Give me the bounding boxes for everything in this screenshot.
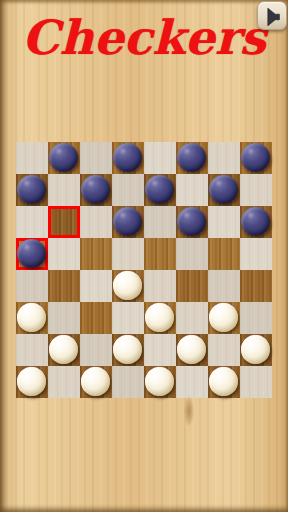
white-piece[interactable]	[17, 367, 46, 396]
board-square-r6c1[interactable]	[48, 334, 80, 366]
blue-piece[interactable]	[81, 175, 110, 204]
board-square-r7c5	[176, 366, 208, 398]
board-square-r5c4[interactable]	[144, 302, 176, 334]
board-square-r4c2	[80, 270, 112, 302]
board-square-r4c0	[16, 270, 48, 302]
board-square-r0c7[interactable]	[240, 142, 272, 174]
board-square-r7c3	[112, 366, 144, 398]
board-square-r4c5[interactable]	[176, 270, 208, 302]
blue-piece[interactable]	[49, 143, 78, 172]
board-square-r2c3[interactable]	[112, 206, 144, 238]
white-piece[interactable]	[49, 335, 78, 364]
board-square-r3c0[interactable]	[16, 238, 48, 270]
board-square-r2c1[interactable]	[48, 206, 80, 238]
board-square-r5c1	[48, 302, 80, 334]
board-square-r5c3	[112, 302, 144, 334]
board-square-r7c0[interactable]	[16, 366, 48, 398]
blue-piece[interactable]	[177, 143, 206, 172]
blue-piece[interactable]	[113, 207, 142, 236]
blue-piece[interactable]	[241, 207, 270, 236]
board-square-r1c5	[176, 174, 208, 206]
board-square-r2c5[interactable]	[176, 206, 208, 238]
board-square-r6c5[interactable]	[176, 334, 208, 366]
blue-piece[interactable]	[17, 175, 46, 204]
board-square-r5c2[interactable]	[80, 302, 112, 334]
board-square-r0c2	[80, 142, 112, 174]
blue-piece[interactable]	[209, 175, 238, 204]
board-square-r1c0[interactable]	[16, 174, 48, 206]
white-piece[interactable]	[209, 303, 238, 332]
board-square-r1c1	[48, 174, 80, 206]
app-title: Checkers	[0, 12, 288, 64]
board-square-r4c4	[144, 270, 176, 302]
board-square-r6c6	[208, 334, 240, 366]
checkers-board	[16, 142, 272, 398]
board-square-r1c6[interactable]	[208, 174, 240, 206]
speaker-icon	[258, 6, 286, 28]
board-square-r5c7	[240, 302, 272, 334]
board-square-r1c4[interactable]	[144, 174, 176, 206]
board-square-r0c5[interactable]	[176, 142, 208, 174]
blue-piece[interactable]	[113, 143, 142, 172]
board-square-r6c4	[144, 334, 176, 366]
board-square-r3c7	[240, 238, 272, 270]
sound-button[interactable]	[257, 1, 287, 30]
board-square-r0c3[interactable]	[112, 142, 144, 174]
blue-piece[interactable]	[177, 207, 206, 236]
board-square-r7c6[interactable]	[208, 366, 240, 398]
board-square-r7c7	[240, 366, 272, 398]
board-square-r6c0	[16, 334, 48, 366]
board-square-r5c5	[176, 302, 208, 334]
board-square-r4c7[interactable]	[240, 270, 272, 302]
board-square-r7c4[interactable]	[144, 366, 176, 398]
board-square-r3c3	[112, 238, 144, 270]
board-square-r6c3[interactable]	[112, 334, 144, 366]
white-piece[interactable]	[177, 335, 206, 364]
blue-piece[interactable]	[241, 143, 270, 172]
white-piece[interactable]	[209, 367, 238, 396]
board-square-r6c2	[80, 334, 112, 366]
board-square-r3c2[interactable]	[80, 238, 112, 270]
board-square-r4c6	[208, 270, 240, 302]
white-piece[interactable]	[145, 367, 174, 396]
board-square-r0c1[interactable]	[48, 142, 80, 174]
white-piece[interactable]	[113, 271, 142, 300]
board-square-r6c7[interactable]	[240, 334, 272, 366]
board-square-r2c2	[80, 206, 112, 238]
board-square-r3c1	[48, 238, 80, 270]
board-square-r7c1	[48, 366, 80, 398]
board-square-r0c6	[208, 142, 240, 174]
white-piece[interactable]	[81, 367, 110, 396]
board-square-r1c3	[112, 174, 144, 206]
board-square-r3c5	[176, 238, 208, 270]
blue-piece[interactable]	[17, 239, 46, 268]
board-square-r2c7[interactable]	[240, 206, 272, 238]
white-piece[interactable]	[17, 303, 46, 332]
app-screen: Checkers	[0, 0, 288, 512]
board-square-r2c0	[16, 206, 48, 238]
white-piece[interactable]	[241, 335, 270, 364]
board-square-r3c6[interactable]	[208, 238, 240, 270]
board-square-r1c7	[240, 174, 272, 206]
board-square-r3c4[interactable]	[144, 238, 176, 270]
white-piece[interactable]	[113, 335, 142, 364]
board-square-r0c0	[16, 142, 48, 174]
board-square-r7c2[interactable]	[80, 366, 112, 398]
board-square-r2c4	[144, 206, 176, 238]
board-square-r4c3[interactable]	[112, 270, 144, 302]
wood-knot	[184, 396, 194, 426]
board-square-r1c2[interactable]	[80, 174, 112, 206]
white-piece[interactable]	[145, 303, 174, 332]
board-square-r2c6	[208, 206, 240, 238]
board-square-r0c4	[144, 142, 176, 174]
board-square-r5c0[interactable]	[16, 302, 48, 334]
board-square-r4c1[interactable]	[48, 270, 80, 302]
blue-piece[interactable]	[145, 175, 174, 204]
board-square-r5c6[interactable]	[208, 302, 240, 334]
